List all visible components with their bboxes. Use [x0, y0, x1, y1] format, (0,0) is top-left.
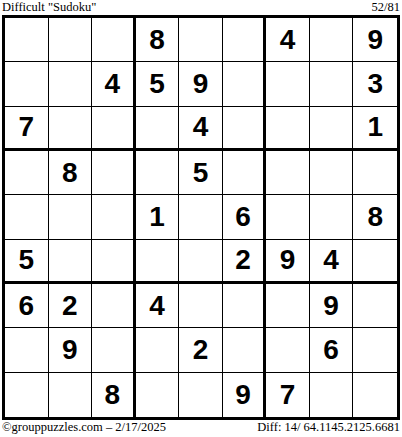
- given-digit: 9: [235, 379, 251, 411]
- cell-r6c4[interactable]: [136, 240, 180, 284]
- cell-r5c6: 6: [223, 195, 267, 239]
- cell-r2c2[interactable]: [49, 62, 93, 106]
- empty-cell-counter: 52/81: [372, 0, 400, 14]
- cell-r3c2[interactable]: [49, 107, 93, 151]
- cell-r1c5[interactable]: [179, 18, 223, 62]
- cell-r1c3[interactable]: [92, 18, 136, 62]
- cell-r7c2: 2: [49, 284, 93, 328]
- cell-r3c4[interactable]: [136, 107, 180, 151]
- given-digit: 4: [323, 244, 339, 276]
- cell-r9c8[interactable]: [310, 373, 354, 417]
- cell-r2c1[interactable]: [5, 62, 49, 106]
- cell-r1c6[interactable]: [223, 18, 267, 62]
- footer: ©grouppuzzles.com – 2/17/2025 Diff: 14/ …: [2, 420, 400, 435]
- copyright-text: ©grouppuzzles.com – 2/17/2025: [2, 420, 166, 435]
- cell-r2c7[interactable]: [266, 62, 310, 106]
- cell-r7c9[interactable]: [353, 284, 397, 328]
- cell-r1c8[interactable]: [310, 18, 354, 62]
- puzzle-title: Difficult "Sudoku": [2, 0, 96, 14]
- cell-r3c3[interactable]: [92, 107, 136, 151]
- cell-r7c1: 6: [5, 284, 49, 328]
- given-digit: 4: [149, 290, 165, 322]
- cell-r5c3[interactable]: [92, 195, 136, 239]
- cell-r2c6[interactable]: [223, 62, 267, 106]
- cell-r6c9[interactable]: [353, 240, 397, 284]
- cell-r8c9[interactable]: [353, 328, 397, 372]
- header: Difficult "Sudoku" 52/81: [2, 0, 400, 14]
- cell-r4c5: 5: [179, 151, 223, 195]
- given-digit: 9: [280, 244, 296, 276]
- cell-r7c7[interactable]: [266, 284, 310, 328]
- cell-r8c5: 2: [179, 328, 223, 372]
- cell-r9c2[interactable]: [49, 373, 93, 417]
- given-digit: 5: [18, 244, 34, 276]
- sudoku-board: 84945937418516852946249926897: [2, 15, 400, 420]
- cell-r2c5: 9: [179, 62, 223, 106]
- given-digit: 8: [105, 379, 121, 411]
- cell-r8c3[interactable]: [92, 328, 136, 372]
- cell-r9c9[interactable]: [353, 373, 397, 417]
- given-digit: 7: [280, 379, 296, 411]
- cell-r5c7[interactable]: [266, 195, 310, 239]
- cell-r6c7: 9: [266, 240, 310, 284]
- cell-r1c4: 8: [136, 18, 180, 62]
- cell-r4c1[interactable]: [5, 151, 49, 195]
- cell-r5c4: 1: [136, 195, 180, 239]
- given-digit: 4: [280, 24, 296, 56]
- cell-r5c1[interactable]: [5, 195, 49, 239]
- cell-r3c1: 7: [5, 107, 49, 151]
- cell-r3c8[interactable]: [310, 107, 354, 151]
- cell-r8c6[interactable]: [223, 328, 267, 372]
- given-digit: 9: [323, 290, 339, 322]
- given-digit: 9: [62, 334, 78, 366]
- cell-r6c5[interactable]: [179, 240, 223, 284]
- cell-r5c8[interactable]: [310, 195, 354, 239]
- cell-r8c4[interactable]: [136, 328, 180, 372]
- cell-r9c1[interactable]: [5, 373, 49, 417]
- cell-r4c6[interactable]: [223, 151, 267, 195]
- cell-r6c6: 2: [223, 240, 267, 284]
- given-digit: 2: [193, 334, 209, 366]
- given-digit: 9: [193, 68, 209, 100]
- cell-r4c4[interactable]: [136, 151, 180, 195]
- sudoku-page: Difficult "Sudoku" 52/81 849459374185168…: [0, 0, 402, 437]
- given-digit: 1: [149, 201, 165, 233]
- cell-r9c7: 7: [266, 373, 310, 417]
- cell-r2c4: 5: [136, 62, 180, 106]
- cell-r2c9: 3: [353, 62, 397, 106]
- given-digit: 6: [323, 334, 339, 366]
- cell-r6c1: 5: [5, 240, 49, 284]
- given-digit: 6: [235, 201, 251, 233]
- given-digit: 6: [18, 290, 34, 322]
- cell-r2c3: 4: [92, 62, 136, 106]
- cell-r3c7[interactable]: [266, 107, 310, 151]
- given-digit: 5: [149, 68, 165, 100]
- cell-r8c2: 9: [49, 328, 93, 372]
- cell-r4c9[interactable]: [353, 151, 397, 195]
- cell-r2c8[interactable]: [310, 62, 354, 106]
- cell-r7c6[interactable]: [223, 284, 267, 328]
- given-digit: 9: [367, 24, 383, 56]
- cell-r8c8: 6: [310, 328, 354, 372]
- cell-r3c5: 4: [179, 107, 223, 151]
- cell-r3c9: 1: [353, 107, 397, 151]
- given-digit: 7: [18, 111, 34, 143]
- cell-r4c3[interactable]: [92, 151, 136, 195]
- cell-r6c2[interactable]: [49, 240, 93, 284]
- cell-r5c2[interactable]: [49, 195, 93, 239]
- cell-r1c2[interactable]: [49, 18, 93, 62]
- cell-r8c7[interactable]: [266, 328, 310, 372]
- given-digit: 1: [367, 111, 383, 143]
- cell-r8c1[interactable]: [5, 328, 49, 372]
- cell-r1c1[interactable]: [5, 18, 49, 62]
- difficulty-text: Diff: 14/ 64.1145.2125.6681: [257, 420, 400, 435]
- given-digit: 2: [62, 290, 78, 322]
- given-digit: 8: [149, 24, 165, 56]
- cell-r6c8: 4: [310, 240, 354, 284]
- cell-r9c6: 9: [223, 373, 267, 417]
- given-digit: 8: [62, 157, 78, 189]
- cell-r9c4[interactable]: [136, 373, 180, 417]
- cell-r9c5[interactable]: [179, 373, 223, 417]
- given-digit: 4: [105, 68, 121, 100]
- cell-r7c5[interactable]: [179, 284, 223, 328]
- cell-r9c3: 8: [92, 373, 136, 417]
- cell-r6c3[interactable]: [92, 240, 136, 284]
- cell-r7c8: 9: [310, 284, 354, 328]
- cell-r4c8[interactable]: [310, 151, 354, 195]
- cell-r7c4: 4: [136, 284, 180, 328]
- cell-r4c7[interactable]: [266, 151, 310, 195]
- given-digit: 3: [367, 68, 383, 100]
- given-digit: 4: [193, 111, 209, 143]
- cell-r7c3[interactable]: [92, 284, 136, 328]
- given-digit: 2: [235, 244, 251, 276]
- cell-r5c5[interactable]: [179, 195, 223, 239]
- given-digit: 5: [193, 157, 209, 189]
- cell-r5c9: 8: [353, 195, 397, 239]
- cell-r1c9: 9: [353, 18, 397, 62]
- cell-r1c7: 4: [266, 18, 310, 62]
- given-digit: 8: [367, 201, 383, 233]
- cell-r4c2: 8: [49, 151, 93, 195]
- cell-r3c6[interactable]: [223, 107, 267, 151]
